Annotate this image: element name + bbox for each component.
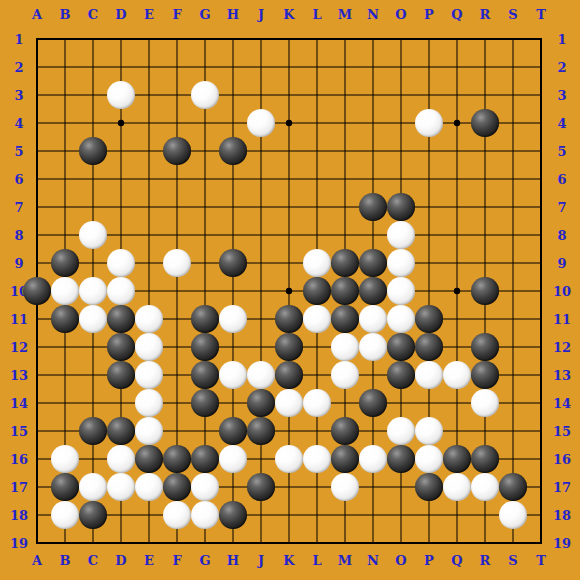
intersection-B9[interactable] <box>51 249 79 277</box>
intersection-Q9[interactable] <box>443 249 471 277</box>
intersection-L9[interactable] <box>303 249 331 277</box>
intersection-Q19[interactable] <box>443 529 471 557</box>
intersection-J1[interactable] <box>247 25 275 53</box>
intersection-P17[interactable] <box>415 473 443 501</box>
intersection-Q8[interactable] <box>443 221 471 249</box>
intersection-S14[interactable] <box>499 389 527 417</box>
intersection-M1[interactable] <box>331 25 359 53</box>
intersection-M5[interactable] <box>331 137 359 165</box>
intersection-L13[interactable] <box>303 361 331 389</box>
intersection-S7[interactable] <box>499 193 527 221</box>
intersection-H8[interactable] <box>219 221 247 249</box>
intersection-C2[interactable] <box>79 53 107 81</box>
intersection-L3[interactable] <box>303 81 331 109</box>
intersection-K10[interactable] <box>275 277 303 305</box>
intersection-E12[interactable] <box>135 333 163 361</box>
intersection-G18[interactable] <box>191 501 219 529</box>
intersection-S13[interactable] <box>499 361 527 389</box>
intersection-P7[interactable] <box>415 193 443 221</box>
intersection-L4[interactable] <box>303 109 331 137</box>
intersection-N9[interactable] <box>359 249 387 277</box>
intersection-N15[interactable] <box>359 417 387 445</box>
intersection-B13[interactable] <box>51 361 79 389</box>
intersection-E1[interactable] <box>135 25 163 53</box>
intersection-O1[interactable] <box>387 25 415 53</box>
intersection-C12[interactable] <box>79 333 107 361</box>
intersection-E3[interactable] <box>135 81 163 109</box>
intersection-H11[interactable] <box>219 305 247 333</box>
intersection-G1[interactable] <box>191 25 219 53</box>
intersection-J3[interactable] <box>247 81 275 109</box>
intersection-H2[interactable] <box>219 53 247 81</box>
intersection-A1[interactable] <box>23 25 51 53</box>
intersection-A2[interactable] <box>23 53 51 81</box>
intersection-G14[interactable] <box>191 389 219 417</box>
intersection-H18[interactable] <box>219 501 247 529</box>
intersection-D6[interactable] <box>107 165 135 193</box>
intersection-N5[interactable] <box>359 137 387 165</box>
intersection-S1[interactable] <box>499 25 527 53</box>
intersection-B16[interactable] <box>51 445 79 473</box>
intersection-R4[interactable] <box>471 109 499 137</box>
intersection-B18[interactable] <box>51 501 79 529</box>
intersection-M3[interactable] <box>331 81 359 109</box>
intersection-C15[interactable] <box>79 417 107 445</box>
intersection-J5[interactable] <box>247 137 275 165</box>
intersection-D4[interactable] <box>107 109 135 137</box>
intersection-T13[interactable] <box>527 361 555 389</box>
intersection-R15[interactable] <box>471 417 499 445</box>
intersection-J18[interactable] <box>247 501 275 529</box>
intersection-R8[interactable] <box>471 221 499 249</box>
intersection-T6[interactable] <box>527 165 555 193</box>
intersection-A9[interactable] <box>23 249 51 277</box>
intersection-R6[interactable] <box>471 165 499 193</box>
intersection-R17[interactable] <box>471 473 499 501</box>
intersection-J13[interactable] <box>247 361 275 389</box>
intersection-E8[interactable] <box>135 221 163 249</box>
intersection-S5[interactable] <box>499 137 527 165</box>
intersection-T8[interactable] <box>527 221 555 249</box>
intersection-A15[interactable] <box>23 417 51 445</box>
intersection-N18[interactable] <box>359 501 387 529</box>
intersection-F10[interactable] <box>163 277 191 305</box>
intersection-C5[interactable] <box>79 137 107 165</box>
intersection-D18[interactable] <box>107 501 135 529</box>
intersection-L17[interactable] <box>303 473 331 501</box>
intersection-K9[interactable] <box>275 249 303 277</box>
intersection-G17[interactable] <box>191 473 219 501</box>
intersection-L18[interactable] <box>303 501 331 529</box>
intersection-F12[interactable] <box>163 333 191 361</box>
intersection-G19[interactable] <box>191 529 219 557</box>
intersection-J14[interactable] <box>247 389 275 417</box>
intersection-H7[interactable] <box>219 193 247 221</box>
intersection-T4[interactable] <box>527 109 555 137</box>
intersection-C3[interactable] <box>79 81 107 109</box>
intersection-J12[interactable] <box>247 333 275 361</box>
intersection-C9[interactable] <box>79 249 107 277</box>
intersection-K19[interactable] <box>275 529 303 557</box>
intersection-P2[interactable] <box>415 53 443 81</box>
intersection-O7[interactable] <box>387 193 415 221</box>
intersection-Q10[interactable] <box>443 277 471 305</box>
intersection-Q3[interactable] <box>443 81 471 109</box>
intersection-D8[interactable] <box>107 221 135 249</box>
intersection-G12[interactable] <box>191 333 219 361</box>
intersection-N12[interactable] <box>359 333 387 361</box>
intersection-M16[interactable] <box>331 445 359 473</box>
intersection-F14[interactable] <box>163 389 191 417</box>
intersection-A13[interactable] <box>23 361 51 389</box>
intersection-S9[interactable] <box>499 249 527 277</box>
intersection-K12[interactable] <box>275 333 303 361</box>
intersection-A3[interactable] <box>23 81 51 109</box>
intersection-T7[interactable] <box>527 193 555 221</box>
intersection-F17[interactable] <box>163 473 191 501</box>
intersection-G3[interactable] <box>191 81 219 109</box>
intersection-P1[interactable] <box>415 25 443 53</box>
intersection-R12[interactable] <box>471 333 499 361</box>
intersection-M9[interactable] <box>331 249 359 277</box>
intersection-B15[interactable] <box>51 417 79 445</box>
intersection-D12[interactable] <box>107 333 135 361</box>
intersection-R7[interactable] <box>471 193 499 221</box>
intersection-T12[interactable] <box>527 333 555 361</box>
intersection-K18[interactable] <box>275 501 303 529</box>
intersection-Q16[interactable] <box>443 445 471 473</box>
intersection-J9[interactable] <box>247 249 275 277</box>
intersection-N16[interactable] <box>359 445 387 473</box>
intersection-T9[interactable] <box>527 249 555 277</box>
intersection-D3[interactable] <box>107 81 135 109</box>
intersection-M18[interactable] <box>331 501 359 529</box>
intersection-S8[interactable] <box>499 221 527 249</box>
intersection-A7[interactable] <box>23 193 51 221</box>
intersection-A16[interactable] <box>23 445 51 473</box>
intersection-F9[interactable] <box>163 249 191 277</box>
intersection-S16[interactable] <box>499 445 527 473</box>
intersection-L10[interactable] <box>303 277 331 305</box>
intersection-S11[interactable] <box>499 305 527 333</box>
intersection-H15[interactable] <box>219 417 247 445</box>
intersection-Q14[interactable] <box>443 389 471 417</box>
intersection-Q12[interactable] <box>443 333 471 361</box>
intersection-H5[interactable] <box>219 137 247 165</box>
intersection-E14[interactable] <box>135 389 163 417</box>
intersection-O16[interactable] <box>387 445 415 473</box>
intersection-A6[interactable] <box>23 165 51 193</box>
intersection-E5[interactable] <box>135 137 163 165</box>
intersection-M14[interactable] <box>331 389 359 417</box>
intersection-E10[interactable] <box>135 277 163 305</box>
intersection-H19[interactable] <box>219 529 247 557</box>
intersection-B5[interactable] <box>51 137 79 165</box>
intersection-M4[interactable] <box>331 109 359 137</box>
intersection-A5[interactable] <box>23 137 51 165</box>
intersection-G11[interactable] <box>191 305 219 333</box>
intersection-G16[interactable] <box>191 445 219 473</box>
intersection-H6[interactable] <box>219 165 247 193</box>
intersection-D10[interactable] <box>107 277 135 305</box>
intersection-B14[interactable] <box>51 389 79 417</box>
intersection-L5[interactable] <box>303 137 331 165</box>
intersection-P14[interactable] <box>415 389 443 417</box>
intersection-T10[interactable] <box>527 277 555 305</box>
intersection-F4[interactable] <box>163 109 191 137</box>
intersection-N7[interactable] <box>359 193 387 221</box>
intersection-D17[interactable] <box>107 473 135 501</box>
intersection-O6[interactable] <box>387 165 415 193</box>
intersection-F2[interactable] <box>163 53 191 81</box>
intersection-G7[interactable] <box>191 193 219 221</box>
intersection-O17[interactable] <box>387 473 415 501</box>
intersection-L12[interactable] <box>303 333 331 361</box>
intersection-S12[interactable] <box>499 333 527 361</box>
intersection-A11[interactable] <box>23 305 51 333</box>
intersection-S15[interactable] <box>499 417 527 445</box>
intersection-T2[interactable] <box>527 53 555 81</box>
intersection-H12[interactable] <box>219 333 247 361</box>
intersection-Q17[interactable] <box>443 473 471 501</box>
intersection-S10[interactable] <box>499 277 527 305</box>
intersection-A17[interactable] <box>23 473 51 501</box>
intersection-D5[interactable] <box>107 137 135 165</box>
intersection-D13[interactable] <box>107 361 135 389</box>
intersection-H16[interactable] <box>219 445 247 473</box>
intersection-O5[interactable] <box>387 137 415 165</box>
intersection-M12[interactable] <box>331 333 359 361</box>
intersection-L6[interactable] <box>303 165 331 193</box>
intersection-H9[interactable] <box>219 249 247 277</box>
intersection-T17[interactable] <box>527 473 555 501</box>
intersection-K4[interactable] <box>275 109 303 137</box>
intersection-O11[interactable] <box>387 305 415 333</box>
intersection-C8[interactable] <box>79 221 107 249</box>
intersection-E16[interactable] <box>135 445 163 473</box>
intersection-O13[interactable] <box>387 361 415 389</box>
intersection-B10[interactable] <box>51 277 79 305</box>
intersection-S19[interactable] <box>499 529 527 557</box>
intersection-H1[interactable] <box>219 25 247 53</box>
intersection-Q6[interactable] <box>443 165 471 193</box>
intersection-K11[interactable] <box>275 305 303 333</box>
intersection-L15[interactable] <box>303 417 331 445</box>
intersection-E17[interactable] <box>135 473 163 501</box>
intersection-F7[interactable] <box>163 193 191 221</box>
intersection-K6[interactable] <box>275 165 303 193</box>
intersection-F18[interactable] <box>163 501 191 529</box>
intersection-T1[interactable] <box>527 25 555 53</box>
intersection-J7[interactable] <box>247 193 275 221</box>
intersection-C10[interactable] <box>79 277 107 305</box>
intersection-R11[interactable] <box>471 305 499 333</box>
intersection-N4[interactable] <box>359 109 387 137</box>
intersection-T5[interactable] <box>527 137 555 165</box>
intersection-R9[interactable] <box>471 249 499 277</box>
intersection-H4[interactable] <box>219 109 247 137</box>
intersection-C1[interactable] <box>79 25 107 53</box>
intersection-B17[interactable] <box>51 473 79 501</box>
intersection-O8[interactable] <box>387 221 415 249</box>
intersection-J19[interactable] <box>247 529 275 557</box>
intersection-M10[interactable] <box>331 277 359 305</box>
intersection-F16[interactable] <box>163 445 191 473</box>
intersection-P18[interactable] <box>415 501 443 529</box>
intersection-S18[interactable] <box>499 501 527 529</box>
intersection-T15[interactable] <box>527 417 555 445</box>
intersection-G5[interactable] <box>191 137 219 165</box>
intersection-P6[interactable] <box>415 165 443 193</box>
intersection-M8[interactable] <box>331 221 359 249</box>
intersection-D15[interactable] <box>107 417 135 445</box>
intersection-Q5[interactable] <box>443 137 471 165</box>
intersection-G6[interactable] <box>191 165 219 193</box>
intersection-M2[interactable] <box>331 53 359 81</box>
intersection-N19[interactable] <box>359 529 387 557</box>
intersection-K2[interactable] <box>275 53 303 81</box>
intersection-D7[interactable] <box>107 193 135 221</box>
intersection-B19[interactable] <box>51 529 79 557</box>
intersection-B6[interactable] <box>51 165 79 193</box>
intersection-D16[interactable] <box>107 445 135 473</box>
intersection-G4[interactable] <box>191 109 219 137</box>
intersection-N1[interactable] <box>359 25 387 53</box>
intersection-A4[interactable] <box>23 109 51 137</box>
intersection-H14[interactable] <box>219 389 247 417</box>
intersection-Q4[interactable] <box>443 109 471 137</box>
intersection-M17[interactable] <box>331 473 359 501</box>
intersection-O4[interactable] <box>387 109 415 137</box>
intersection-L11[interactable] <box>303 305 331 333</box>
intersection-H3[interactable] <box>219 81 247 109</box>
intersection-D2[interactable] <box>107 53 135 81</box>
intersection-B8[interactable] <box>51 221 79 249</box>
intersection-G13[interactable] <box>191 361 219 389</box>
intersection-R3[interactable] <box>471 81 499 109</box>
intersection-L8[interactable] <box>303 221 331 249</box>
intersection-Q7[interactable] <box>443 193 471 221</box>
intersection-E2[interactable] <box>135 53 163 81</box>
intersection-N17[interactable] <box>359 473 387 501</box>
intersection-E15[interactable] <box>135 417 163 445</box>
intersection-K17[interactable] <box>275 473 303 501</box>
intersection-O14[interactable] <box>387 389 415 417</box>
intersection-Q2[interactable] <box>443 53 471 81</box>
intersection-H10[interactable] <box>219 277 247 305</box>
intersection-R2[interactable] <box>471 53 499 81</box>
intersection-J15[interactable] <box>247 417 275 445</box>
intersection-S4[interactable] <box>499 109 527 137</box>
intersection-R16[interactable] <box>471 445 499 473</box>
intersection-P16[interactable] <box>415 445 443 473</box>
intersection-D11[interactable] <box>107 305 135 333</box>
intersection-O19[interactable] <box>387 529 415 557</box>
intersection-N2[interactable] <box>359 53 387 81</box>
intersection-M7[interactable] <box>331 193 359 221</box>
intersection-E6[interactable] <box>135 165 163 193</box>
intersection-Q11[interactable] <box>443 305 471 333</box>
intersection-F1[interactable] <box>163 25 191 53</box>
intersection-B11[interactable] <box>51 305 79 333</box>
intersection-R13[interactable] <box>471 361 499 389</box>
intersection-N10[interactable] <box>359 277 387 305</box>
intersection-T11[interactable] <box>527 305 555 333</box>
intersection-P13[interactable] <box>415 361 443 389</box>
intersection-N3[interactable] <box>359 81 387 109</box>
intersection-F15[interactable] <box>163 417 191 445</box>
intersection-M19[interactable] <box>331 529 359 557</box>
intersection-H17[interactable] <box>219 473 247 501</box>
intersection-C13[interactable] <box>79 361 107 389</box>
intersection-T19[interactable] <box>527 529 555 557</box>
intersection-C7[interactable] <box>79 193 107 221</box>
intersection-C16[interactable] <box>79 445 107 473</box>
intersection-J4[interactable] <box>247 109 275 137</box>
intersection-G8[interactable] <box>191 221 219 249</box>
intersection-P19[interactable] <box>415 529 443 557</box>
intersection-G2[interactable] <box>191 53 219 81</box>
intersection-N13[interactable] <box>359 361 387 389</box>
intersection-J17[interactable] <box>247 473 275 501</box>
intersection-P15[interactable] <box>415 417 443 445</box>
intersection-J6[interactable] <box>247 165 275 193</box>
intersection-L14[interactable] <box>303 389 331 417</box>
intersection-P10[interactable] <box>415 277 443 305</box>
intersection-J16[interactable] <box>247 445 275 473</box>
intersection-N14[interactable] <box>359 389 387 417</box>
intersection-K8[interactable] <box>275 221 303 249</box>
intersection-B2[interactable] <box>51 53 79 81</box>
intersection-F19[interactable] <box>163 529 191 557</box>
intersection-P12[interactable] <box>415 333 443 361</box>
intersection-P8[interactable] <box>415 221 443 249</box>
intersection-F8[interactable] <box>163 221 191 249</box>
intersection-B12[interactable] <box>51 333 79 361</box>
intersection-M6[interactable] <box>331 165 359 193</box>
intersection-K13[interactable] <box>275 361 303 389</box>
intersection-A12[interactable] <box>23 333 51 361</box>
intersection-J11[interactable] <box>247 305 275 333</box>
intersection-E13[interactable] <box>135 361 163 389</box>
intersection-G9[interactable] <box>191 249 219 277</box>
intersection-D9[interactable] <box>107 249 135 277</box>
intersection-E9[interactable] <box>135 249 163 277</box>
intersection-P11[interactable] <box>415 305 443 333</box>
intersection-B4[interactable] <box>51 109 79 137</box>
intersection-R18[interactable] <box>471 501 499 529</box>
intersection-K16[interactable] <box>275 445 303 473</box>
intersection-A19[interactable] <box>23 529 51 557</box>
intersection-H13[interactable] <box>219 361 247 389</box>
intersection-D1[interactable] <box>107 25 135 53</box>
intersection-F11[interactable] <box>163 305 191 333</box>
intersection-C19[interactable] <box>79 529 107 557</box>
intersection-O2[interactable] <box>387 53 415 81</box>
intersection-M13[interactable] <box>331 361 359 389</box>
intersection-S3[interactable] <box>499 81 527 109</box>
intersection-O15[interactable] <box>387 417 415 445</box>
intersection-O12[interactable] <box>387 333 415 361</box>
intersection-R19[interactable] <box>471 529 499 557</box>
intersection-K1[interactable] <box>275 25 303 53</box>
intersection-T16[interactable] <box>527 445 555 473</box>
intersection-E7[interactable] <box>135 193 163 221</box>
intersection-O9[interactable] <box>387 249 415 277</box>
intersection-J8[interactable] <box>247 221 275 249</box>
intersection-K14[interactable] <box>275 389 303 417</box>
intersection-E18[interactable] <box>135 501 163 529</box>
